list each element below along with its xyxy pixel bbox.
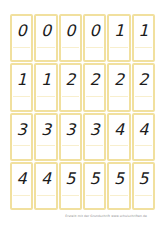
card-digit: 1 (36, 65, 55, 95)
card-divider-line (62, 47, 79, 48)
number-card: 2 (132, 63, 155, 111)
card-divider-line (37, 96, 54, 97)
card-divider-line (86, 145, 103, 146)
card-digit: 4 (36, 164, 55, 194)
card-divider-line (110, 96, 127, 97)
number-card: 3 (59, 113, 82, 161)
number-card: 4 (34, 162, 57, 210)
card-digit: 1 (12, 65, 31, 95)
card-divider-line (37, 195, 54, 196)
card-divider-line (37, 47, 54, 48)
card-divider-line (135, 195, 152, 196)
number-card: 1 (10, 63, 33, 111)
card-divider-line (135, 96, 152, 97)
card-digit: 0 (36, 16, 55, 46)
number-card-grid: 000011112222333344445555 (10, 14, 155, 210)
number-card: 5 (107, 162, 130, 210)
card-digit: 1 (109, 16, 128, 46)
card-divider-line (62, 145, 79, 146)
card-digit: 2 (85, 65, 104, 95)
number-card: 3 (83, 113, 106, 161)
card-divider-line (86, 47, 103, 48)
number-card: 1 (132, 14, 155, 62)
card-digit: 1 (134, 16, 153, 46)
card-divider-line (86, 195, 103, 196)
card-divider-line (13, 145, 30, 146)
card-divider-line (110, 145, 127, 146)
number-card: 5 (83, 162, 106, 210)
card-digit: 5 (134, 164, 153, 194)
number-card: 5 (59, 162, 82, 210)
card-digit: 3 (36, 115, 55, 145)
card-digit: 4 (134, 115, 153, 145)
card-divider-line (110, 47, 127, 48)
number-card: 4 (10, 162, 33, 210)
number-card: 5 (132, 162, 155, 210)
card-digit: 5 (85, 164, 104, 194)
card-digit: 2 (134, 65, 153, 95)
number-card: 4 (132, 113, 155, 161)
card-divider-line (62, 195, 79, 196)
worksheet-page: 000011112222333344445555 Erstellt mit de… (0, 0, 163, 230)
number-card: 0 (59, 14, 82, 62)
card-digit: 4 (12, 164, 31, 194)
number-card: 1 (107, 14, 130, 62)
number-card: 0 (10, 14, 33, 62)
card-digit: 2 (109, 65, 128, 95)
number-card: 1 (34, 63, 57, 111)
number-card: 2 (83, 63, 106, 111)
card-divider-line (13, 195, 30, 196)
number-card: 0 (34, 14, 57, 62)
footer-credit-text: Erstellt mit der Grundschrift www.schuls… (65, 214, 147, 218)
card-digit: 3 (61, 115, 80, 145)
number-card: 0 (83, 14, 106, 62)
card-divider-line (37, 145, 54, 146)
number-card: 2 (107, 63, 130, 111)
card-digit: 0 (61, 16, 80, 46)
card-divider-line (135, 47, 152, 48)
card-divider-line (13, 47, 30, 48)
card-digit: 0 (12, 16, 31, 46)
card-divider-line (135, 145, 152, 146)
number-card: 3 (34, 113, 57, 161)
card-divider-line (110, 195, 127, 196)
card-digit: 2 (61, 65, 80, 95)
card-digit: 0 (85, 16, 104, 46)
card-digit: 3 (85, 115, 104, 145)
card-divider-line (86, 96, 103, 97)
card-divider-line (62, 96, 79, 97)
number-card: 4 (107, 113, 130, 161)
card-digit: 3 (12, 115, 31, 145)
card-digit: 5 (109, 164, 128, 194)
number-card: 2 (59, 63, 82, 111)
card-divider-line (13, 96, 30, 97)
number-card: 3 (10, 113, 33, 161)
card-digit: 4 (109, 115, 128, 145)
card-digit: 5 (61, 164, 80, 194)
